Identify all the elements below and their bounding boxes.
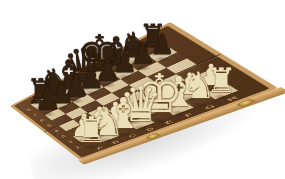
pieces-layer: ♜♞♝♛♚♝♞♜♟♟♟♟♟♟♟♟♟♟♟♟♟♟♟♟♜♞♝♛♚♝♞♜: [0, 0, 285, 179]
black-pawn-a7[interactable]: ♟: [34, 84, 61, 114]
white-rook-a1[interactable]: ♜: [76, 112, 108, 148]
product-photo: ABCDEFGH12345678 ♜♞♝♛♚♝♞♜♟♟♟♟♟♟♟♟♟♟♟♟♟♟♟…: [0, 0, 285, 179]
